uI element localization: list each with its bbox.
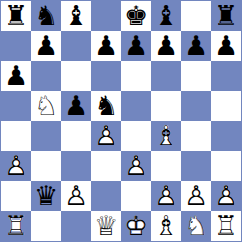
square-h6[interactable] [211, 61, 241, 91]
white-pawn[interactable]: ♟♙ [61, 181, 91, 211]
square-f5[interactable] [151, 91, 181, 121]
chess-board: ♜♞♝♚♝♜♟♟♟♟♟♟♟♞♘♟♞♟♙♝♗♟♙♟♙♛♟♙♟♙♟♙♟♙♜♖♛♕♚♔… [0, 0, 242, 242]
piece-glyph-outline: ♙ [181, 181, 211, 211]
piece-glyph-outline: ♖ [211, 211, 241, 241]
square-e2[interactable] [121, 181, 151, 211]
square-f4[interactable]: ♝♗ [151, 121, 181, 151]
white-pawn[interactable]: ♟♙ [211, 181, 241, 211]
piece-glyph-fill: ♟ [121, 31, 151, 61]
square-a3[interactable]: ♟♙ [1, 151, 31, 181]
square-d3[interactable] [91, 151, 121, 181]
square-d5[interactable]: ♞ [91, 91, 121, 121]
square-f1[interactable]: ♝♗ [151, 211, 181, 241]
square-e6[interactable] [121, 61, 151, 91]
square-h1[interactable]: ♜♖ [211, 211, 241, 241]
piece-glyph-outline: ♙ [151, 181, 181, 211]
white-knight[interactable]: ♞♘ [181, 211, 211, 241]
square-a4[interactable] [1, 121, 31, 151]
square-g5[interactable] [181, 91, 211, 121]
square-d4[interactable]: ♟♙ [91, 121, 121, 151]
square-f3[interactable] [151, 151, 181, 181]
black-pawn[interactable]: ♟ [61, 91, 91, 121]
piece-glyph-fill: ♟ [151, 31, 181, 61]
square-c1[interactable] [61, 211, 91, 241]
square-c2[interactable]: ♟♙ [61, 181, 91, 211]
square-g1[interactable]: ♞♘ [181, 211, 211, 241]
piece-glyph-fill: ♜ [211, 1, 241, 31]
square-f2[interactable]: ♟♙ [151, 181, 181, 211]
square-e5[interactable] [121, 91, 151, 121]
chess-board-grid: ♜♞♝♚♝♜♟♟♟♟♟♟♟♞♘♟♞♟♙♝♗♟♙♟♙♛♟♙♟♙♟♙♟♙♜♖♛♕♚♔… [1, 1, 241, 241]
black-rook[interactable]: ♜ [211, 1, 241, 31]
black-pawn[interactable]: ♟ [121, 31, 151, 61]
piece-glyph-outline: ♘ [181, 211, 211, 241]
piece-glyph-outline: ♙ [211, 181, 241, 211]
piece-glyph-fill: ♞ [31, 1, 61, 31]
square-d2[interactable] [91, 181, 121, 211]
black-pawn[interactable]: ♟ [91, 31, 121, 61]
piece-glyph-outline: ♖ [1, 211, 31, 241]
piece-glyph-fill: ♟ [31, 31, 61, 61]
black-pawn[interactable]: ♟ [31, 31, 61, 61]
square-a2[interactable] [1, 181, 31, 211]
square-c8[interactable]: ♝ [61, 1, 91, 31]
square-e1[interactable]: ♚♔ [121, 211, 151, 241]
black-bishop[interactable]: ♝ [151, 1, 181, 31]
square-b1[interactable] [31, 211, 61, 241]
square-h3[interactable] [211, 151, 241, 181]
square-f8[interactable]: ♝ [151, 1, 181, 31]
square-g4[interactable] [181, 121, 211, 151]
white-king[interactable]: ♚♔ [121, 211, 151, 241]
square-h4[interactable] [211, 121, 241, 151]
piece-glyph-fill: ♟ [181, 31, 211, 61]
square-f7[interactable]: ♟ [151, 31, 181, 61]
square-a6[interactable]: ♟ [1, 61, 31, 91]
square-h5[interactable] [211, 91, 241, 121]
square-h8[interactable]: ♜ [211, 1, 241, 31]
piece-glyph-fill: ♟ [61, 91, 91, 121]
square-g6[interactable] [181, 61, 211, 91]
piece-glyph-outline: ♙ [1, 151, 31, 181]
square-d6[interactable] [91, 61, 121, 91]
black-bishop[interactable]: ♝ [61, 1, 91, 31]
square-e8[interactable]: ♚ [121, 1, 151, 31]
white-rook[interactable]: ♜♖ [1, 211, 31, 241]
square-d7[interactable]: ♟ [91, 31, 121, 61]
square-e4[interactable] [121, 121, 151, 151]
square-c4[interactable] [61, 121, 91, 151]
square-g8[interactable] [181, 1, 211, 31]
white-knight[interactable]: ♞♘ [31, 91, 61, 121]
black-knight[interactable]: ♞ [91, 91, 121, 121]
square-d8[interactable] [91, 1, 121, 31]
white-bishop[interactable]: ♝♗ [151, 121, 181, 151]
piece-glyph-fill: ♚ [121, 1, 151, 31]
black-knight[interactable]: ♞ [31, 1, 61, 31]
square-b4[interactable] [31, 121, 61, 151]
square-c3[interactable] [61, 151, 91, 181]
square-b8[interactable]: ♞ [31, 1, 61, 31]
square-e7[interactable]: ♟ [121, 31, 151, 61]
white-bishop[interactable]: ♝♗ [151, 211, 181, 241]
piece-glyph-outline: ♗ [151, 121, 181, 151]
square-d1[interactable]: ♛♕ [91, 211, 121, 241]
piece-glyph-outline: ♔ [121, 211, 151, 241]
white-pawn[interactable]: ♟♙ [181, 181, 211, 211]
piece-glyph-fill: ♜ [1, 1, 31, 31]
piece-glyph-outline: ♙ [121, 151, 151, 181]
square-a1[interactable]: ♜♖ [1, 211, 31, 241]
square-b3[interactable] [31, 151, 61, 181]
square-a7[interactable] [1, 31, 31, 61]
square-g3[interactable] [181, 151, 211, 181]
square-h7[interactable]: ♟ [211, 31, 241, 61]
square-b5[interactable]: ♞♘ [31, 91, 61, 121]
piece-glyph-outline: ♘ [31, 91, 61, 121]
square-c6[interactable] [61, 61, 91, 91]
piece-glyph-outline: ♙ [61, 181, 91, 211]
black-pawn[interactable]: ♟ [1, 61, 31, 91]
black-pawn[interactable]: ♟ [151, 31, 181, 61]
black-king[interactable]: ♚ [121, 1, 151, 31]
white-pawn[interactable]: ♟♙ [91, 121, 121, 151]
square-b2[interactable]: ♛ [31, 181, 61, 211]
white-queen[interactable]: ♛♕ [91, 211, 121, 241]
black-queen[interactable]: ♛ [31, 181, 61, 211]
square-b7[interactable]: ♟ [31, 31, 61, 61]
piece-glyph-fill: ♛ [31, 181, 61, 211]
white-pawn[interactable]: ♟♙ [151, 181, 181, 211]
square-f6[interactable] [151, 61, 181, 91]
square-h2[interactable]: ♟♙ [211, 181, 241, 211]
white-pawn[interactable]: ♟♙ [1, 151, 31, 181]
piece-glyph-outline: ♗ [151, 211, 181, 241]
piece-glyph-fill: ♟ [91, 31, 121, 61]
piece-glyph-fill: ♞ [91, 91, 121, 121]
square-e3[interactable]: ♟♙ [121, 151, 151, 181]
white-pawn[interactable]: ♟♙ [121, 151, 151, 181]
square-g7[interactable]: ♟ [181, 31, 211, 61]
square-c5[interactable]: ♟ [61, 91, 91, 121]
piece-glyph-fill: ♝ [61, 1, 91, 31]
square-a5[interactable] [1, 91, 31, 121]
square-b6[interactable] [31, 61, 61, 91]
black-pawn[interactable]: ♟ [181, 31, 211, 61]
square-g2[interactable]: ♟♙ [181, 181, 211, 211]
square-a8[interactable]: ♜ [1, 1, 31, 31]
square-c7[interactable] [61, 31, 91, 61]
piece-glyph-fill: ♟ [1, 61, 31, 91]
piece-glyph-fill: ♟ [211, 31, 241, 61]
black-rook[interactable]: ♜ [1, 1, 31, 31]
piece-glyph-outline: ♙ [91, 121, 121, 151]
black-pawn[interactable]: ♟ [211, 31, 241, 61]
piece-glyph-fill: ♝ [151, 1, 181, 31]
piece-glyph-outline: ♕ [91, 211, 121, 241]
white-rook[interactable]: ♜♖ [211, 211, 241, 241]
